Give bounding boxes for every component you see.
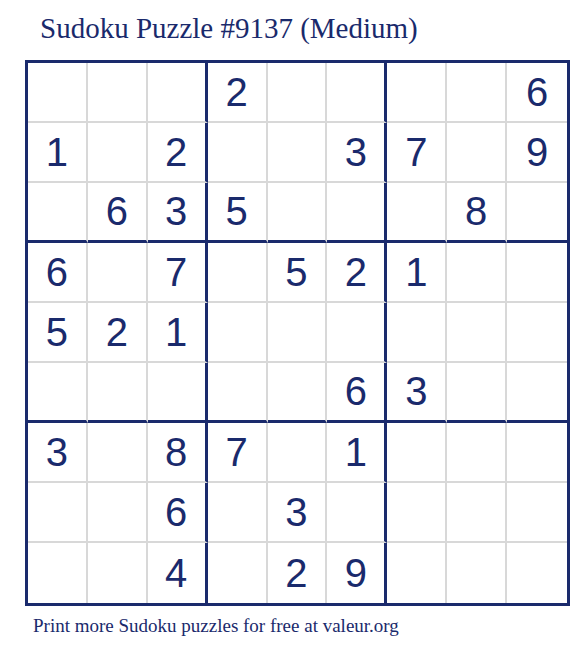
- sudoku-cell-r7c1[interactable]: 3: [28, 423, 88, 483]
- sudoku-grid: 261237963586752152163387163429: [25, 60, 570, 606]
- sudoku-cell-r3c4[interactable]: 5: [208, 183, 268, 243]
- sudoku-cell-r6c7[interactable]: 3: [387, 363, 447, 423]
- sudoku-cell-r2c8[interactable]: [447, 123, 507, 183]
- sudoku-cell-r5c2[interactable]: 2: [88, 303, 148, 363]
- sudoku-cell-r5c5[interactable]: [268, 303, 328, 363]
- sudoku-cell-r4c5[interactable]: 5: [268, 243, 328, 303]
- sudoku-cell-r4c4[interactable]: [208, 243, 268, 303]
- sudoku-cell-r8c9[interactable]: [507, 483, 567, 543]
- sudoku-cell-r9c9[interactable]: [507, 543, 567, 603]
- sudoku-cell-r6c1[interactable]: [28, 363, 88, 423]
- sudoku-cell-r2c4[interactable]: [208, 123, 268, 183]
- sudoku-cell-r2c7[interactable]: 7: [387, 123, 447, 183]
- sudoku-cell-r3c7[interactable]: [387, 183, 447, 243]
- sudoku-cell-r9c1[interactable]: [28, 543, 88, 603]
- sudoku-cell-r2c6[interactable]: 3: [327, 123, 387, 183]
- sudoku-cell-r8c4[interactable]: [208, 483, 268, 543]
- sudoku-cell-r3c9[interactable]: [507, 183, 567, 243]
- sudoku-cell-r1c8[interactable]: [447, 63, 507, 123]
- sudoku-cell-r5c3[interactable]: 1: [148, 303, 208, 363]
- sudoku-cell-r4c8[interactable]: [447, 243, 507, 303]
- sudoku-cell-r6c6[interactable]: 6: [327, 363, 387, 423]
- sudoku-cell-r2c9[interactable]: 9: [507, 123, 567, 183]
- sudoku-cell-r1c3[interactable]: [148, 63, 208, 123]
- footer-text: Print more Sudoku puzzles for free at va…: [33, 615, 399, 637]
- sudoku-cell-r7c8[interactable]: [447, 423, 507, 483]
- sudoku-cell-r5c1[interactable]: 5: [28, 303, 88, 363]
- sudoku-cell-r5c7[interactable]: [387, 303, 447, 363]
- page-title: Sudoku Puzzle #9137 (Medium): [40, 12, 418, 45]
- sudoku-cell-r9c5[interactable]: 2: [268, 543, 328, 603]
- sudoku-cell-r1c2[interactable]: [88, 63, 148, 123]
- sudoku-cell-r6c2[interactable]: [88, 363, 148, 423]
- sudoku-cell-r7c9[interactable]: [507, 423, 567, 483]
- sudoku-cell-r3c6[interactable]: [327, 183, 387, 243]
- sudoku-cell-r4c6[interactable]: 2: [327, 243, 387, 303]
- sudoku-cell-r7c2[interactable]: [88, 423, 148, 483]
- sudoku-cell-r3c1[interactable]: [28, 183, 88, 243]
- sudoku-cell-r5c8[interactable]: [447, 303, 507, 363]
- sudoku-cell-r6c3[interactable]: [148, 363, 208, 423]
- sudoku-cell-r8c2[interactable]: [88, 483, 148, 543]
- sudoku-cell-r4c9[interactable]: [507, 243, 567, 303]
- sudoku-cell-r2c3[interactable]: 2: [148, 123, 208, 183]
- sudoku-cell-r9c6[interactable]: 9: [327, 543, 387, 603]
- sudoku-cell-r8c7[interactable]: [387, 483, 447, 543]
- sudoku-cell-r6c8[interactable]: [447, 363, 507, 423]
- sudoku-cell-r1c1[interactable]: [28, 63, 88, 123]
- sudoku-cell-r5c6[interactable]: [327, 303, 387, 363]
- sudoku-cell-r8c8[interactable]: [447, 483, 507, 543]
- sudoku-cell-r5c4[interactable]: [208, 303, 268, 363]
- sudoku-cell-r9c8[interactable]: [447, 543, 507, 603]
- sudoku-cell-r2c1[interactable]: 1: [28, 123, 88, 183]
- sudoku-cell-r2c2[interactable]: [88, 123, 148, 183]
- sudoku-cell-r5c9[interactable]: [507, 303, 567, 363]
- sudoku-cell-r6c5[interactable]: [268, 363, 328, 423]
- sudoku-cell-r6c9[interactable]: [507, 363, 567, 423]
- sudoku-cell-r4c1[interactable]: 6: [28, 243, 88, 303]
- sudoku-cell-r4c3[interactable]: 7: [148, 243, 208, 303]
- sudoku-cell-r9c4[interactable]: [208, 543, 268, 603]
- sudoku-cell-r7c3[interactable]: 8: [148, 423, 208, 483]
- sudoku-cell-r7c6[interactable]: 1: [327, 423, 387, 483]
- sudoku-cell-r3c5[interactable]: [268, 183, 328, 243]
- sudoku-cell-r3c2[interactable]: 6: [88, 183, 148, 243]
- sudoku-cell-r8c1[interactable]: [28, 483, 88, 543]
- sudoku-cell-r9c2[interactable]: [88, 543, 148, 603]
- sudoku-cell-r6c4[interactable]: [208, 363, 268, 423]
- sudoku-cell-r4c2[interactable]: [88, 243, 148, 303]
- sudoku-cell-r1c9[interactable]: 6: [507, 63, 567, 123]
- sudoku-cell-r3c3[interactable]: 3: [148, 183, 208, 243]
- sudoku-cell-r1c4[interactable]: 2: [208, 63, 268, 123]
- sudoku-cell-r3c8[interactable]: 8: [447, 183, 507, 243]
- sudoku-cell-r8c5[interactable]: 3: [268, 483, 328, 543]
- sudoku-cell-r8c6[interactable]: [327, 483, 387, 543]
- sudoku-cell-r7c4[interactable]: 7: [208, 423, 268, 483]
- sudoku-cell-r1c6[interactable]: [327, 63, 387, 123]
- sudoku-cell-r2c5[interactable]: [268, 123, 328, 183]
- sudoku-cell-r7c5[interactable]: [268, 423, 328, 483]
- sudoku-cell-r1c5[interactable]: [268, 63, 328, 123]
- sudoku-cell-r7c7[interactable]: [387, 423, 447, 483]
- sudoku-cell-r1c7[interactable]: [387, 63, 447, 123]
- sudoku-cell-r4c7[interactable]: 1: [387, 243, 447, 303]
- sudoku-cell-r9c7[interactable]: [387, 543, 447, 603]
- sudoku-cell-r9c3[interactable]: 4: [148, 543, 208, 603]
- sudoku-cell-r8c3[interactable]: 6: [148, 483, 208, 543]
